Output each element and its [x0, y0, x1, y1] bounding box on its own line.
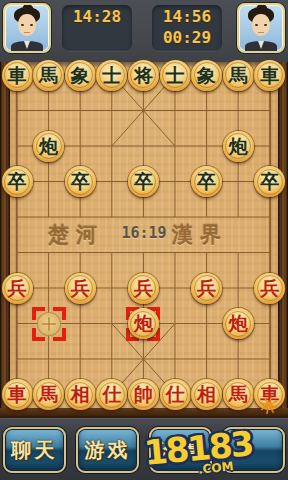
- black-timer-box: 14:28: [62, 5, 132, 51]
- piece-black-chariot[interactable]: 車: [2, 60, 33, 91]
- piece-red-pawn[interactable]: 兵: [2, 273, 33, 304]
- top-bar: 14:28 14:56 00:29: [0, 0, 288, 62]
- piece-black-chariot[interactable]: 車: [254, 60, 285, 91]
- piece-red-cannon[interactable]: 炮: [128, 308, 159, 339]
- piece-black-cannon[interactable]: 炮: [223, 131, 254, 162]
- piece-black-advisor[interactable]: 士: [96, 60, 127, 91]
- piece-red-pawn[interactable]: 兵: [65, 273, 96, 304]
- piece-red-general[interactable]: 帥: [128, 379, 159, 410]
- board-frame-left: [0, 62, 10, 418]
- piece-black-pawn[interactable]: 卒: [191, 166, 222, 197]
- black-total-time: 14:28: [62, 6, 132, 27]
- piece-black-cannon[interactable]: 炮: [33, 131, 64, 162]
- avatar-face: [252, 14, 270, 36]
- piece-red-horse[interactable]: 馬: [223, 379, 254, 410]
- bottom-toolbar: 聊天 游戏 设置: [0, 418, 288, 480]
- piece-red-pawn[interactable]: 兵: [191, 273, 222, 304]
- piece-black-pawn[interactable]: 卒: [128, 166, 159, 197]
- settings-button[interactable]: 设置: [149, 427, 212, 473]
- move-origin-ghost: [37, 312, 61, 336]
- red-timer-box: 14:56 00:29: [152, 5, 222, 51]
- river-label-chu: 楚河: [48, 222, 104, 248]
- river-label-han: 漢界: [172, 222, 228, 248]
- player-avatar-black[interactable]: [3, 3, 51, 53]
- piece-red-elephant[interactable]: 相: [65, 379, 96, 410]
- xiangqi-app-screen: 14:28 14:56 00:29 楚河 16:19 漢界 車馬象士将士象馬車炮…: [0, 0, 288, 480]
- piece-black-pawn[interactable]: 卒: [2, 166, 33, 197]
- piece-black-advisor[interactable]: 士: [160, 60, 191, 91]
- piece-red-elephant[interactable]: 相: [191, 379, 222, 410]
- piece-red-advisor[interactable]: 仕: [160, 379, 191, 410]
- piece-black-horse[interactable]: 馬: [223, 60, 254, 91]
- toolbar-button-4[interactable]: [222, 427, 285, 473]
- piece-red-horse[interactable]: 馬: [33, 379, 64, 410]
- red-total-time: 14:56: [152, 6, 222, 27]
- chat-button[interactable]: 聊天: [3, 427, 66, 473]
- player-avatar-red[interactable]: [237, 3, 285, 53]
- last-move-from-marker: [34, 309, 64, 339]
- piece-black-elephant[interactable]: 象: [65, 60, 96, 91]
- piece-red-pawn[interactable]: 兵: [128, 273, 159, 304]
- piece-red-cannon[interactable]: 炮: [223, 308, 254, 339]
- piece-red-pawn[interactable]: 兵: [254, 273, 285, 304]
- avatar-face: [18, 14, 36, 36]
- xiangqi-board[interactable]: 楚河 16:19 漢界 車馬象士将士象馬車炮炮卒卒卒卒卒兵兵兵兵兵炮炮車馬相仕帥…: [0, 62, 288, 418]
- red-move-time: 00:29: [152, 27, 222, 48]
- piece-black-elephant[interactable]: 象: [191, 60, 222, 91]
- game-button[interactable]: 游戏: [76, 427, 139, 473]
- avatar-suit: [11, 41, 43, 53]
- piece-red-chariot[interactable]: 車: [2, 379, 33, 410]
- board-frame-right: [278, 62, 288, 418]
- piece-black-general[interactable]: 将: [128, 60, 159, 91]
- river-move-timer: 16:19: [117, 224, 171, 242]
- piece-black-horse[interactable]: 馬: [33, 60, 64, 91]
- piece-black-pawn[interactable]: 卒: [65, 166, 96, 197]
- avatar-suit: [245, 41, 277, 53]
